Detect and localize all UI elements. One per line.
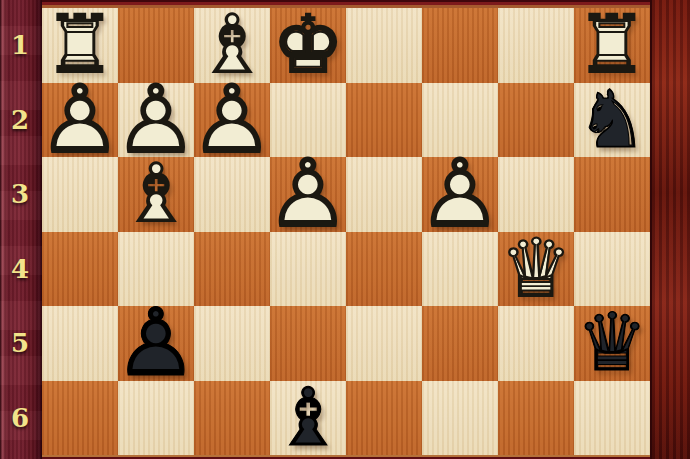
square-a2[interactable]: ♞♘ xyxy=(574,83,650,158)
square-d5[interactable] xyxy=(346,306,422,381)
piece-glyph-outline: ♙ xyxy=(118,306,194,381)
square-b2[interactable] xyxy=(498,83,574,158)
square-g2[interactable]: ♟♙ xyxy=(118,83,194,158)
white-pawn-piece[interactable]: ♟♙ xyxy=(42,83,118,158)
black-queen-piece[interactable]: ♛♕ xyxy=(574,306,650,381)
square-g5[interactable]: ♟♙ xyxy=(118,306,194,381)
square-b3[interactable] xyxy=(498,157,574,232)
square-e3[interactable]: ♟♙ xyxy=(270,157,346,232)
piece-glyph-outline: ♙ xyxy=(422,157,498,232)
square-e4[interactable] xyxy=(270,232,346,307)
square-b6[interactable] xyxy=(498,381,574,456)
board-frame-bottom xyxy=(42,455,650,459)
board-frame-right xyxy=(650,0,690,459)
rank-label-4: 4 xyxy=(0,254,40,284)
square-b1[interactable] xyxy=(498,8,574,83)
black-pawn-piece[interactable]: ♟♙ xyxy=(118,306,194,381)
piece-glyph-outline: ♗ xyxy=(118,157,194,232)
black-bishop-piece[interactable]: ♝♗ xyxy=(270,381,346,456)
square-h6[interactable] xyxy=(42,381,118,456)
black-knight-piece[interactable]: ♞♘ xyxy=(574,83,650,158)
piece-glyph-outline: ♙ xyxy=(118,83,194,158)
square-h5[interactable] xyxy=(42,306,118,381)
square-b4[interactable]: ♛♕ xyxy=(498,232,574,307)
square-f5[interactable] xyxy=(194,306,270,381)
square-d6[interactable] xyxy=(346,381,422,456)
chessboard-window: 1 2 3 4 5 6 ♜♖♝♗♚♔♜♖♟♙♟♙♟♙♞♘♝♗♟♙♟♙♛♕♟♙♛♕… xyxy=(0,0,690,459)
square-d1[interactable] xyxy=(346,8,422,83)
piece-glyph-outline: ♙ xyxy=(270,157,346,232)
white-pawn-piece[interactable]: ♟♙ xyxy=(194,83,270,158)
rank-label-1: 1 xyxy=(0,30,40,60)
square-c4[interactable] xyxy=(422,232,498,307)
rank-label-2: 2 xyxy=(0,105,40,135)
square-b5[interactable] xyxy=(498,306,574,381)
square-c3[interactable]: ♟♙ xyxy=(422,157,498,232)
square-c6[interactable] xyxy=(422,381,498,456)
rank-label-6: 6 xyxy=(0,403,40,433)
rank-label-5: 5 xyxy=(0,328,40,358)
white-pawn-piece[interactable]: ♟♙ xyxy=(422,157,498,232)
square-a3[interactable] xyxy=(574,157,650,232)
white-pawn-piece[interactable]: ♟♙ xyxy=(118,83,194,158)
square-a6[interactable] xyxy=(574,381,650,456)
square-d2[interactable] xyxy=(346,83,422,158)
board-frame-top xyxy=(42,0,650,8)
square-a4[interactable] xyxy=(574,232,650,307)
square-f2[interactable]: ♟♙ xyxy=(194,83,270,158)
piece-glyph-outline: ♗ xyxy=(270,381,346,456)
piece-glyph-outline: ♖ xyxy=(574,8,650,83)
square-h4[interactable] xyxy=(42,232,118,307)
square-c5[interactable] xyxy=(422,306,498,381)
square-f4[interactable] xyxy=(194,232,270,307)
piece-glyph-outline: ♘ xyxy=(574,83,650,158)
square-h3[interactable] xyxy=(42,157,118,232)
square-d4[interactable] xyxy=(346,232,422,307)
square-f6[interactable] xyxy=(194,381,270,456)
piece-glyph-outline: ♔ xyxy=(270,8,346,83)
chess-board: ♜♖♝♗♚♔♜♖♟♙♟♙♟♙♞♘♝♗♟♙♟♙♛♕♟♙♛♕♝♗ xyxy=(42,8,650,455)
square-a1[interactable]: ♜♖ xyxy=(574,8,650,83)
piece-glyph-outline: ♙ xyxy=(42,83,118,158)
square-g6[interactable] xyxy=(118,381,194,456)
white-bishop-piece[interactable]: ♝♗ xyxy=(118,157,194,232)
piece-glyph-outline: ♕ xyxy=(498,232,574,307)
square-d3[interactable] xyxy=(346,157,422,232)
board-frame-left: 1 2 3 4 5 6 xyxy=(0,0,42,459)
white-king-piece[interactable]: ♚♔ xyxy=(270,8,346,83)
white-rook-piece[interactable]: ♜♖ xyxy=(574,8,650,83)
white-pawn-piece[interactable]: ♟♙ xyxy=(270,157,346,232)
square-a5[interactable]: ♛♕ xyxy=(574,306,650,381)
square-h2[interactable]: ♟♙ xyxy=(42,83,118,158)
piece-glyph-outline: ♕ xyxy=(574,306,650,381)
rank-label-3: 3 xyxy=(0,179,40,209)
square-c1[interactable] xyxy=(422,8,498,83)
square-f3[interactable] xyxy=(194,157,270,232)
square-e5[interactable] xyxy=(270,306,346,381)
piece-glyph-outline: ♙ xyxy=(194,83,270,158)
square-e6[interactable]: ♝♗ xyxy=(270,381,346,456)
white-queen-piece[interactable]: ♛♕ xyxy=(498,232,574,307)
square-e1[interactable]: ♚♔ xyxy=(270,8,346,83)
square-g3[interactable]: ♝♗ xyxy=(118,157,194,232)
